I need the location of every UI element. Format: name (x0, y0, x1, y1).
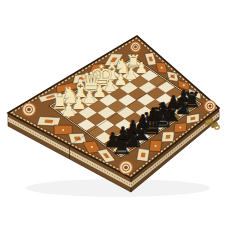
frame-diamond-center (141, 152, 146, 157)
corner-rosette-core (209, 105, 212, 108)
piece-white-pawn[interactable]: ♟ (60, 99, 76, 120)
frame-diamond-dot (161, 67, 163, 69)
frame-diamond-dot (179, 127, 181, 129)
frame-diamond-center (44, 120, 53, 124)
corner-rosette-core (134, 46, 137, 49)
frame-diamond-dot (155, 145, 157, 147)
corner-rosette-core (27, 108, 31, 112)
frame-diamond-dot (62, 129, 64, 131)
frame-diamond-dot (91, 146, 93, 148)
corner-rosette-core (124, 166, 128, 170)
chessboard: ♜♟♞♟♝♟♚♟♛♝♟♟♞♟♜♟♜♟♞♟♟♝♟♚♟♛♟♝♟♞♟♜ (0, 0, 240, 240)
frame-diamond-center (166, 135, 171, 139)
piece-black-rook[interactable]: ♜ (111, 131, 133, 160)
scene: ♜♟♞♟♝♟♚♟♛♝♟♟♞♟♜♟♜♟♞♟♟♝♟♚♟♛♟♝♟♞♟♜ (0, 0, 240, 240)
